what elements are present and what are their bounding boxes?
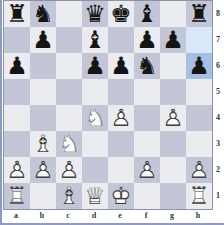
black-knight[interactable]: ♞ (134, 53, 160, 79)
panel-frame-bottom (0, 223, 224, 225)
piece-glyph: ♝ (134, 1, 160, 27)
square-g6[interactable] (160, 53, 186, 79)
white-pawn[interactable]: ♟♙ (30, 157, 56, 183)
square-e2[interactable] (108, 157, 134, 183)
white-pawn[interactable]: ♟♙ (160, 105, 186, 131)
square-d3[interactable] (82, 131, 108, 157)
black-king[interactable]: ♚ (108, 1, 134, 27)
square-h3[interactable] (186, 131, 212, 157)
square-e6[interactable]: ♟ (108, 53, 134, 79)
file-label-d: d (81, 209, 107, 222)
piece-glyph: ♝ (82, 27, 108, 53)
black-queen[interactable]: ♛ (82, 1, 108, 27)
square-b5[interactable] (30, 79, 56, 105)
file-label-c: c (55, 209, 81, 222)
piece-glyph-outline: ♖ (186, 183, 212, 209)
square-g3[interactable] (160, 131, 186, 157)
rank-label-3: 3 (212, 130, 224, 156)
square-g8[interactable] (160, 1, 186, 27)
piece-glyph: ♚ (108, 1, 134, 27)
piece-glyph-outline: ♗ (56, 183, 82, 209)
square-f6[interactable]: ♞ (134, 53, 160, 79)
white-queen[interactable]: ♛♕ (82, 183, 108, 209)
square-d1[interactable]: ♛♕ (82, 183, 108, 209)
piece-glyph: ♜ (186, 1, 212, 27)
square-a2[interactable]: ♟♙ (4, 157, 30, 183)
black-pawn[interactable]: ♟ (186, 53, 212, 79)
square-b2[interactable]: ♟♙ (30, 157, 56, 183)
white-pawn[interactable]: ♟♙ (108, 105, 134, 131)
square-b4[interactable] (30, 105, 56, 131)
square-c4[interactable] (56, 105, 82, 131)
piece-glyph: ♞ (30, 1, 56, 27)
file-label-a: a (3, 209, 29, 222)
piece-glyph: ♟ (160, 27, 186, 53)
square-g7[interactable]: ♟ (160, 27, 186, 53)
square-g5[interactable] (160, 79, 186, 105)
chess-board: ♜♞♛♚♝♜♟♝♟♟♟♟♟♞♟♞♘♟♙♟♙♝♗♞♘♟♙♟♙♟♙♟♙♟♙♜♖♝♗♛… (3, 0, 213, 210)
piece-glyph: ♞ (134, 53, 160, 79)
black-pawn[interactable]: ♟ (108, 53, 134, 79)
square-e4[interactable]: ♟♙ (108, 105, 134, 131)
piece-glyph-outline: ♗ (30, 131, 56, 157)
square-e8[interactable]: ♚ (108, 1, 134, 27)
rank-label-5: 5 (212, 78, 224, 104)
white-knight[interactable]: ♞♘ (82, 105, 108, 131)
rank-label-2: 2 (212, 156, 224, 182)
rank-label-7: 7 (212, 26, 224, 52)
square-e7[interactable] (108, 27, 134, 53)
file-label-f: f (133, 209, 159, 222)
square-c8[interactable] (56, 1, 82, 27)
piece-glyph-outline: ♙ (4, 157, 30, 183)
white-rook[interactable]: ♜♖ (186, 183, 212, 209)
rank-label-1: 1 (212, 182, 224, 208)
square-e5[interactable] (108, 79, 134, 105)
white-king[interactable]: ♚♔ (108, 183, 134, 209)
square-d7[interactable]: ♝ (82, 27, 108, 53)
piece-glyph: ♟ (82, 53, 108, 79)
square-h1[interactable]: ♜♖ (186, 183, 212, 209)
file-label-b: b (29, 209, 55, 222)
rank-label-4: 4 (212, 104, 224, 130)
piece-glyph: ♟ (30, 27, 56, 53)
piece-glyph-outline: ♘ (56, 131, 82, 157)
square-c5[interactable] (56, 79, 82, 105)
black-pawn[interactable]: ♟ (134, 27, 160, 53)
square-h5[interactable] (186, 79, 212, 105)
square-a6[interactable]: ♟ (4, 53, 30, 79)
square-h6[interactable]: ♟ (186, 53, 212, 79)
black-pawn[interactable]: ♟ (30, 27, 56, 53)
black-rook[interactable]: ♜ (4, 1, 30, 27)
file-label-h: h (185, 209, 211, 222)
square-a3[interactable] (4, 131, 30, 157)
piece-glyph-outline: ♙ (186, 157, 212, 183)
white-bishop[interactable]: ♝♗ (30, 131, 56, 157)
square-c7[interactable] (56, 27, 82, 53)
square-d4[interactable]: ♞♘ (82, 105, 108, 131)
panel-frame-left (0, 0, 2, 225)
square-h7[interactable] (186, 27, 212, 53)
square-g4[interactable]: ♟♙ (160, 105, 186, 131)
square-a7[interactable] (4, 27, 30, 53)
piece-glyph: ♟ (186, 53, 212, 79)
square-b6[interactable] (30, 53, 56, 79)
piece-glyph-outline: ♔ (108, 183, 134, 209)
square-a8[interactable]: ♜ (4, 1, 30, 27)
white-pawn[interactable]: ♟♙ (186, 157, 212, 183)
piece-glyph-outline: ♘ (82, 105, 108, 131)
square-g2[interactable] (160, 157, 186, 183)
black-knight[interactable]: ♞ (30, 1, 56, 27)
white-pawn[interactable]: ♟♙ (4, 157, 30, 183)
square-e1[interactable]: ♚♔ (108, 183, 134, 209)
square-h2[interactable]: ♟♙ (186, 157, 212, 183)
square-c1[interactable]: ♝♗ (56, 183, 82, 209)
rank-labels: 87654321 (212, 0, 224, 208)
square-a4[interactable] (4, 105, 30, 131)
file-label-e: e (107, 209, 133, 222)
square-b7[interactable]: ♟ (30, 27, 56, 53)
square-d5[interactable] (82, 79, 108, 105)
piece-glyph-outline: ♙ (108, 105, 134, 131)
white-pawn[interactable]: ♟♙ (56, 157, 82, 183)
piece-glyph-outline: ♙ (134, 157, 160, 183)
file-labels: abcdefgh (3, 209, 211, 222)
square-c6[interactable] (56, 53, 82, 79)
piece-glyph: ♟ (108, 53, 134, 79)
white-pawn[interactable]: ♟♙ (134, 157, 160, 183)
square-d6[interactable]: ♟ (82, 53, 108, 79)
black-rook[interactable]: ♜ (186, 1, 212, 27)
square-a1[interactable]: ♜♖ (4, 183, 30, 209)
square-g1[interactable] (160, 183, 186, 209)
square-e3[interactable] (108, 131, 134, 157)
square-d8[interactable]: ♛ (82, 1, 108, 27)
piece-glyph-outline: ♖ (4, 183, 30, 209)
square-f8[interactable]: ♝ (134, 1, 160, 27)
square-f4[interactable] (134, 105, 160, 131)
black-pawn[interactable]: ♟ (160, 27, 186, 53)
white-rook[interactable]: ♜♖ (4, 183, 30, 209)
square-h8[interactable]: ♜ (186, 1, 212, 27)
chess-board-panel: ♜♞♛♚♝♜♟♝♟♟♟♟♟♞♟♞♘♟♙♟♙♝♗♞♘♟♙♟♙♟♙♟♙♟♙♜♖♝♗♛… (0, 0, 224, 225)
square-c2[interactable]: ♟♙ (56, 157, 82, 183)
square-b1[interactable] (30, 183, 56, 209)
square-f5[interactable] (134, 79, 160, 105)
black-bishop[interactable]: ♝ (82, 27, 108, 53)
file-label-g: g (159, 209, 185, 222)
square-c3[interactable]: ♞♘ (56, 131, 82, 157)
piece-glyph: ♟ (4, 53, 30, 79)
square-f7[interactable]: ♟ (134, 27, 160, 53)
black-pawn[interactable]: ♟ (82, 53, 108, 79)
square-b3[interactable]: ♝♗ (30, 131, 56, 157)
piece-glyph: ♜ (4, 1, 30, 27)
piece-glyph-outline: ♙ (56, 157, 82, 183)
piece-glyph-outline: ♙ (30, 157, 56, 183)
square-f3[interactable] (134, 131, 160, 157)
square-d2[interactable] (82, 157, 108, 183)
rank-label-8: 8 (212, 0, 224, 26)
black-pawn[interactable]: ♟ (4, 53, 30, 79)
piece-glyph-outline: ♙ (160, 105, 186, 131)
piece-glyph: ♛ (82, 1, 108, 27)
black-bishop[interactable]: ♝ (134, 1, 160, 27)
square-f1[interactable] (134, 183, 160, 209)
square-f2[interactable]: ♟♙ (134, 157, 160, 183)
piece-glyph: ♟ (134, 27, 160, 53)
piece-glyph-outline: ♕ (82, 183, 108, 209)
white-bishop[interactable]: ♝♗ (56, 183, 82, 209)
square-b8[interactable]: ♞ (30, 1, 56, 27)
white-knight[interactable]: ♞♘ (56, 131, 82, 157)
rank-label-6: 6 (212, 52, 224, 78)
square-a5[interactable] (4, 79, 30, 105)
square-h4[interactable] (186, 105, 212, 131)
